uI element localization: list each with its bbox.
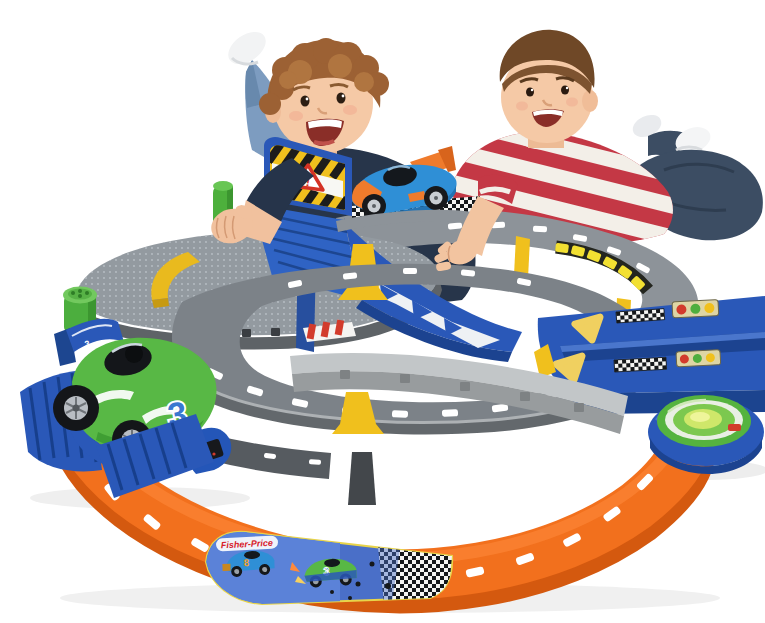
boy-right-eye-right (561, 86, 569, 95)
traffic-light-decal-back (672, 300, 719, 318)
checkered-strip-front (614, 357, 667, 372)
svg-text:8: 8 (243, 557, 249, 568)
button-brand-tag (728, 424, 741, 431)
traffic-light-decal-front (676, 350, 721, 367)
blue-car-wheel-rear (424, 186, 448, 210)
green-car-driver (125, 345, 143, 363)
support-pillar-dark (348, 452, 376, 505)
product-photo-stage: ! (0, 0, 765, 623)
boy-right-eye-left (526, 88, 534, 97)
boy-left-eye-right (337, 93, 346, 104)
boy-left-eye-left (301, 96, 310, 107)
product-photo: ! (0, 0, 765, 623)
green-car-wheel-rear (53, 385, 99, 431)
